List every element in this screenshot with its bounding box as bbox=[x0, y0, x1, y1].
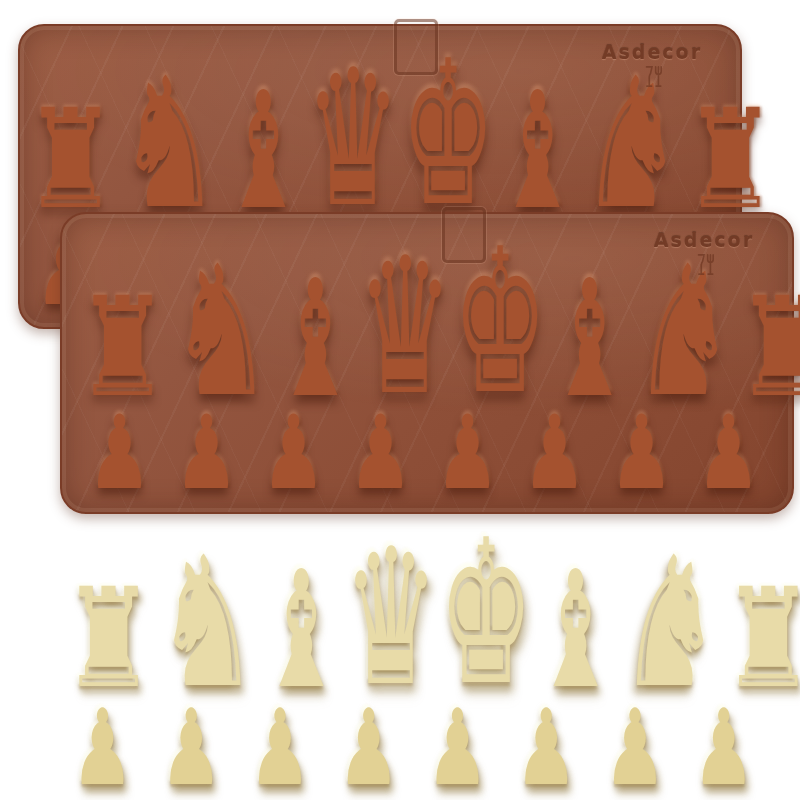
chocolate-pawn: ♟ bbox=[515, 708, 578, 790]
mold-back-cavity-queen: ♛ bbox=[306, 67, 401, 214]
mold-front-cavity-pawn: ♟ bbox=[435, 412, 500, 492]
mold-back-cavity-bishop: ♝ bbox=[496, 88, 580, 214]
chocolate-pawn: ♟ bbox=[337, 708, 400, 790]
mold-back-cavity-bishop: ♝ bbox=[221, 88, 305, 214]
chocolate-pawn: ♟ bbox=[603, 708, 666, 790]
mold-front-cavity-bishop: ♝ bbox=[273, 276, 357, 402]
chocolate-queen: ♛ bbox=[344, 546, 439, 693]
brand-label: Asdecor bbox=[654, 229, 754, 251]
mold-front-cavity-rook: ♜ bbox=[76, 295, 169, 402]
mold-front-cavity-pawn: ♟ bbox=[696, 412, 761, 492]
chocolate-major-row: ♜♞♝♛♚♝♞♜ bbox=[62, 525, 752, 693]
brand-mark: Asdecor bbox=[654, 229, 754, 277]
mold-back-cavity-king: ♚ bbox=[401, 59, 496, 214]
mold-front-cavity-knight-left: ♞ bbox=[169, 262, 273, 402]
chocolate-pawn: ♟ bbox=[71, 708, 134, 790]
chocolate-pawn: ♟ bbox=[692, 708, 755, 790]
mold-front-cavity-bishop: ♝ bbox=[548, 276, 632, 402]
mold-front-cavity-queen: ♛ bbox=[358, 255, 453, 402]
mold-front-cavity-pawn: ♟ bbox=[609, 412, 674, 492]
food-safe-glass-fork-icon bbox=[641, 65, 663, 89]
mold-back-cavity-knight-right: ♞ bbox=[580, 74, 684, 214]
brand-mark: Asdecor bbox=[602, 41, 702, 89]
mold-tray-front: Asdecor ♜♞♝♛♚♝♞♜ ♟♟♟♟♟♟♟♟ bbox=[60, 212, 794, 514]
chocolate-bishop: ♝ bbox=[259, 567, 343, 693]
chocolate-rook: ♜ bbox=[722, 586, 800, 693]
chocolate-pawn: ♟ bbox=[426, 708, 489, 790]
chocolate-pawn: ♟ bbox=[160, 708, 223, 790]
mold-front-cavity-rook: ♜ bbox=[736, 295, 800, 402]
chocolate-pawn-row: ♟♟♟♟♟♟♟♟ bbox=[58, 702, 768, 790]
chocolate-knight-left: ♞ bbox=[155, 553, 259, 693]
chocolate-king: ♚ bbox=[439, 538, 534, 693]
chocolate-rook: ♜ bbox=[62, 586, 155, 693]
mold-front-cavity-pawn: ♟ bbox=[522, 412, 587, 492]
mold-front-cavity-pawn: ♟ bbox=[261, 412, 326, 492]
mold-front-cavity-king: ♚ bbox=[453, 247, 548, 402]
mold-back-cavity-rook: ♜ bbox=[684, 107, 777, 214]
chocolate-bishop: ♝ bbox=[534, 567, 618, 693]
mold-back-cavity-knight-left: ♞ bbox=[117, 74, 221, 214]
mold-back-cavity-rook: ♜ bbox=[24, 107, 117, 214]
chocolate-pawn: ♟ bbox=[248, 708, 311, 790]
food-safe-glass-fork-icon bbox=[693, 253, 715, 277]
mold-front-cavity-pawn: ♟ bbox=[174, 412, 239, 492]
mold-front-pawn-row: ♟♟♟♟♟♟♟♟ bbox=[76, 408, 772, 492]
brand-label: Asdecor bbox=[602, 41, 702, 63]
product-photo: Asdecor ♜♞♝♛♚♝♞♜ ♟♟♟♟♟♟♟♟ Asdecor ♜♞♝♛♚♝… bbox=[0, 0, 800, 800]
chocolate-knight-right: ♞ bbox=[618, 553, 722, 693]
mold-front-cavity-pawn: ♟ bbox=[348, 412, 413, 492]
mold-front-cavity-pawn: ♟ bbox=[87, 412, 152, 492]
mold-front-cavity-knight-right: ♞ bbox=[632, 262, 736, 402]
